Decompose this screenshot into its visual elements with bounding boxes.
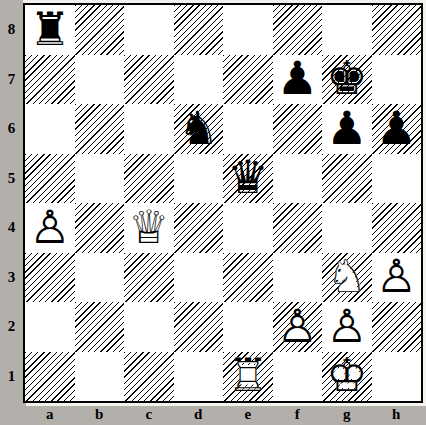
square-c6[interactable] <box>124 104 174 154</box>
square-h3[interactable]: ♟♙ <box>372 253 422 303</box>
piece-bR-a8[interactable]: ♜ <box>25 5 75 55</box>
rank-label-7: 7 <box>0 55 23 105</box>
square-c5[interactable] <box>124 154 174 204</box>
square-e1[interactable]: ♜♖ <box>223 352 273 402</box>
square-c3[interactable] <box>124 253 174 303</box>
piece-bP-h6[interactable]: ♟ <box>372 104 422 154</box>
square-a5[interactable] <box>25 154 75 204</box>
square-d1[interactable] <box>174 352 224 402</box>
piece-glyph: ♞ <box>178 105 219 151</box>
square-b5[interactable] <box>75 154 125 204</box>
square-f5[interactable] <box>273 154 323 204</box>
square-c2[interactable] <box>124 302 174 352</box>
square-c1[interactable] <box>124 352 174 402</box>
rank-label-4: 4 <box>0 203 23 253</box>
square-d8[interactable] <box>174 5 224 55</box>
square-h8[interactable] <box>372 5 422 55</box>
file-label-f: f <box>273 404 323 425</box>
square-g5[interactable] <box>322 154 372 204</box>
piece-wP-a4[interactable]: ♟♙ <box>25 203 75 253</box>
square-f4[interactable] <box>273 203 323 253</box>
chess-app-window: 87654321 ♜♟♚♞♟♟♛♟♙♛♕♞♘♟♙♟♙♟♙♜♖♚♔ abcdefg… <box>0 0 426 425</box>
file-label-c: c <box>124 404 174 425</box>
square-a8[interactable]: ♜ <box>25 5 75 55</box>
square-e6[interactable] <box>223 104 273 154</box>
file-labels: abcdefgh <box>25 404 421 425</box>
square-e2[interactable] <box>223 302 273 352</box>
file-label-d: d <box>174 404 224 425</box>
file-label-b: b <box>75 404 125 425</box>
square-c8[interactable] <box>124 5 174 55</box>
square-h4[interactable] <box>372 203 422 253</box>
piece-bQ-e5[interactable]: ♛ <box>223 154 273 204</box>
square-g7[interactable]: ♚ <box>322 55 372 105</box>
square-g2[interactable]: ♟♙ <box>322 302 372 352</box>
square-e5[interactable]: ♛ <box>223 154 273 204</box>
square-f6[interactable] <box>273 104 323 154</box>
rank-label-3: 3 <box>0 253 23 303</box>
square-d2[interactable] <box>174 302 224 352</box>
square-d7[interactable] <box>174 55 224 105</box>
board-frame: ♜♟♚♞♟♟♛♟♙♛♕♞♘♟♙♟♙♟♙♜♖♚♔ <box>23 3 423 403</box>
piece-glyph: ♟ <box>376 105 417 151</box>
square-c7[interactable] <box>124 55 174 105</box>
piece-glyph: ♙ <box>376 253 417 299</box>
piece-glyph: ♙ <box>277 303 318 349</box>
square-h1[interactable] <box>372 352 422 402</box>
piece-glyph: ♙ <box>326 303 367 349</box>
piece-bP-f7[interactable]: ♟ <box>273 55 323 105</box>
piece-wN-g3[interactable]: ♞♘ <box>322 253 372 303</box>
square-b2[interactable] <box>75 302 125 352</box>
square-h7[interactable] <box>372 55 422 105</box>
file-label-g: g <box>322 404 372 425</box>
square-g1[interactable]: ♚♔ <box>322 352 372 402</box>
piece-wQ-c4[interactable]: ♛♕ <box>124 203 174 253</box>
rank-label-2: 2 <box>0 302 23 352</box>
square-a3[interactable] <box>25 253 75 303</box>
piece-glyph: ♙ <box>29 204 70 250</box>
square-f2[interactable]: ♟♙ <box>273 302 323 352</box>
square-b4[interactable] <box>75 203 125 253</box>
square-d4[interactable] <box>174 203 224 253</box>
square-g8[interactable] <box>322 5 372 55</box>
file-label-e: e <box>223 404 273 425</box>
piece-wP-f2[interactable]: ♟♙ <box>273 302 323 352</box>
square-e4[interactable] <box>223 203 273 253</box>
square-f3[interactable] <box>273 253 323 303</box>
square-d6[interactable]: ♞ <box>174 104 224 154</box>
square-b1[interactable] <box>75 352 125 402</box>
chess-board: ♜♟♚♞♟♟♛♟♙♛♕♞♘♟♙♟♙♟♙♜♖♚♔ <box>25 5 421 401</box>
square-d3[interactable] <box>174 253 224 303</box>
square-g6[interactable]: ♟ <box>322 104 372 154</box>
piece-bP-g6[interactable]: ♟ <box>322 104 372 154</box>
piece-bN-d6[interactable]: ♞ <box>174 104 224 154</box>
square-c4[interactable]: ♛♕ <box>124 203 174 253</box>
piece-wP-g2[interactable]: ♟♙ <box>322 302 372 352</box>
piece-glyph: ♟ <box>326 105 367 151</box>
square-b3[interactable] <box>75 253 125 303</box>
square-a1[interactable] <box>25 352 75 402</box>
square-b7[interactable] <box>75 55 125 105</box>
square-b8[interactable] <box>75 5 125 55</box>
piece-wR-e1[interactable]: ♜♖ <box>223 352 273 402</box>
piece-glyph: ♟ <box>277 55 318 101</box>
file-label-h: h <box>372 404 422 425</box>
square-b6[interactable] <box>75 104 125 154</box>
rank-label-1: 1 <box>0 352 23 402</box>
file-label-a: a <box>25 404 75 425</box>
square-a2[interactable] <box>25 302 75 352</box>
square-g3[interactable]: ♞♘ <box>322 253 372 303</box>
rank-label-5: 5 <box>0 154 23 204</box>
piece-glyph: ♕ <box>128 204 169 250</box>
square-a7[interactable] <box>25 55 75 105</box>
piece-glyph: ♚ <box>326 55 367 101</box>
piece-glyph: ♜ <box>29 6 70 52</box>
square-f1[interactable] <box>273 352 323 402</box>
square-a4[interactable]: ♟♙ <box>25 203 75 253</box>
square-h2[interactable] <box>372 302 422 352</box>
square-e7[interactable] <box>223 55 273 105</box>
square-h6[interactable]: ♟ <box>372 104 422 154</box>
rank-label-6: 6 <box>0 104 23 154</box>
square-g4[interactable] <box>322 203 372 253</box>
square-e3[interactable] <box>223 253 273 303</box>
piece-glyph: ♔ <box>326 352 367 398</box>
rank-labels: 87654321 <box>0 5 23 401</box>
square-f7[interactable]: ♟ <box>273 55 323 105</box>
rank-label-8: 8 <box>0 5 23 55</box>
square-h5[interactable] <box>372 154 422 204</box>
piece-bK-g7[interactable]: ♚ <box>322 55 372 105</box>
piece-wP-h3[interactable]: ♟♙ <box>372 253 422 303</box>
square-a6[interactable] <box>25 104 75 154</box>
piece-glyph: ♛ <box>227 154 268 200</box>
piece-glyph: ♘ <box>326 253 367 299</box>
square-d5[interactable] <box>174 154 224 204</box>
square-e8[interactable] <box>223 5 273 55</box>
square-f8[interactable] <box>273 5 323 55</box>
piece-wK-g1[interactable]: ♚♔ <box>322 352 372 402</box>
piece-glyph: ♖ <box>227 352 268 398</box>
